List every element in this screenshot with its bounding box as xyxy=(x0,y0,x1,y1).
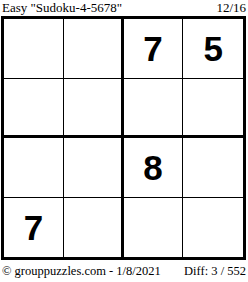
cell-r3c2-empty[interactable] xyxy=(64,138,124,198)
sudoku-board: 7587 xyxy=(1,16,246,260)
cell-r1c4-given: 5 xyxy=(183,19,243,79)
cell-r1c3-given: 7 xyxy=(124,19,184,79)
header: Easy "Sudoku-4-5678" 12/16 xyxy=(0,0,248,16)
cell-r4c2-empty[interactable] xyxy=(64,198,124,258)
cell-r1c1-empty[interactable] xyxy=(4,19,64,79)
footer: © grouppuzzles.com - 1/8/2021 Diff: 3 / … xyxy=(0,264,248,282)
copyright-text: © grouppuzzles.com - 1/8/2021 xyxy=(2,264,161,278)
cell-r3c3-given: 8 xyxy=(124,138,184,198)
progress-counter: 12/16 xyxy=(216,1,246,15)
puzzle-title: Easy "Sudoku-4-5678" xyxy=(2,1,122,15)
cell-r3c1-empty[interactable] xyxy=(4,138,64,198)
cell-r2c1-empty[interactable] xyxy=(4,79,64,139)
cell-r4c1-given: 7 xyxy=(4,198,64,258)
sudoku-puzzle-page: Easy "Sudoku-4-5678" 12/16 7587 © groupp… xyxy=(0,0,248,282)
cell-r1c2-empty[interactable] xyxy=(64,19,124,79)
cell-r3c4-empty[interactable] xyxy=(183,138,243,198)
cell-r4c4-empty[interactable] xyxy=(183,198,243,258)
difficulty-text: Diff: 3 / 552 xyxy=(184,264,246,278)
cell-r2c4-empty[interactable] xyxy=(183,79,243,139)
cell-r2c2-empty[interactable] xyxy=(64,79,124,139)
cell-r4c3-empty[interactable] xyxy=(124,198,184,258)
cell-r2c3-empty[interactable] xyxy=(124,79,184,139)
